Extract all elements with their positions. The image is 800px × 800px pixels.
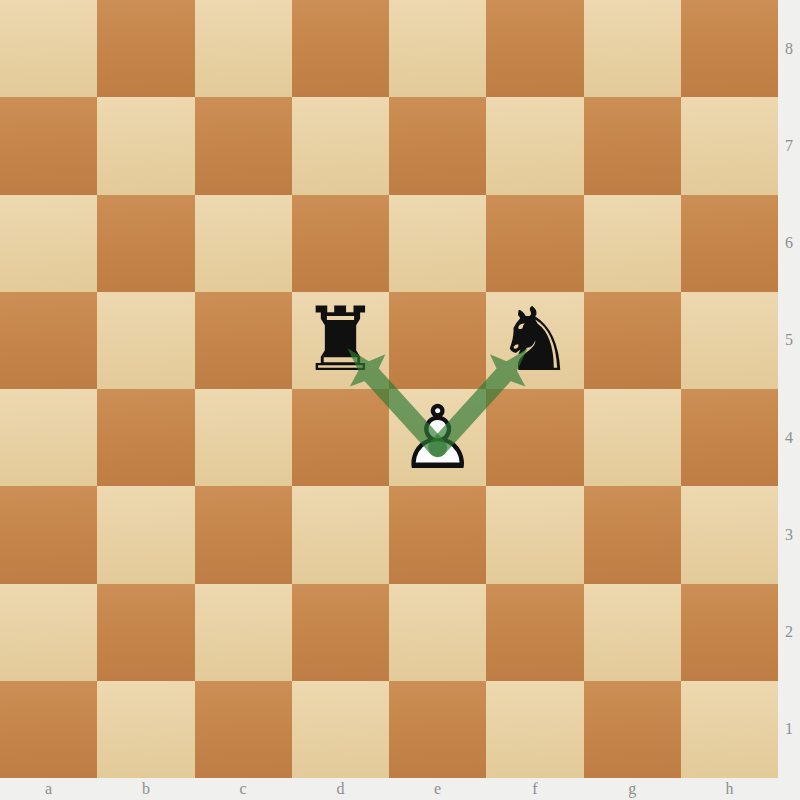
square-a2[interactable] xyxy=(0,584,97,681)
black-rook-glyph: ♜ xyxy=(292,292,389,389)
square-a3[interactable] xyxy=(0,486,97,583)
square-b8[interactable] xyxy=(97,0,194,97)
square-f2[interactable] xyxy=(486,584,583,681)
rank-label-7: 7 xyxy=(778,137,800,155)
square-b3[interactable] xyxy=(97,486,194,583)
square-e8[interactable] xyxy=(389,0,486,97)
square-g2[interactable] xyxy=(584,584,681,681)
file-label-c: c xyxy=(195,778,292,800)
square-h1[interactable] xyxy=(681,681,778,778)
file-label-g: g xyxy=(584,778,681,800)
square-b5[interactable] xyxy=(97,292,194,389)
square-b6[interactable] xyxy=(97,195,194,292)
rank-label-5: 5 xyxy=(778,331,800,349)
square-c2[interactable] xyxy=(195,584,292,681)
file-label-b: b xyxy=(97,778,194,800)
square-b4[interactable] xyxy=(97,389,194,486)
square-d6[interactable] xyxy=(292,195,389,292)
square-g3[interactable] xyxy=(584,486,681,583)
file-label-h: h xyxy=(681,778,778,800)
square-h8[interactable] xyxy=(681,0,778,97)
square-e2[interactable] xyxy=(389,584,486,681)
square-d8[interactable] xyxy=(292,0,389,97)
square-d7[interactable] xyxy=(292,97,389,194)
square-g6[interactable] xyxy=(584,195,681,292)
square-b2[interactable] xyxy=(97,584,194,681)
square-f4[interactable] xyxy=(486,389,583,486)
square-d4[interactable] xyxy=(292,389,389,486)
square-h7[interactable] xyxy=(681,97,778,194)
rank-label-6: 6 xyxy=(778,234,800,252)
square-f8[interactable] xyxy=(486,0,583,97)
square-h6[interactable] xyxy=(681,195,778,292)
black-knight-glyph: ♞ xyxy=(486,292,583,389)
square-c8[interactable] xyxy=(195,0,292,97)
square-c5[interactable] xyxy=(195,292,292,389)
square-b1[interactable] xyxy=(97,681,194,778)
square-a6[interactable] xyxy=(0,195,97,292)
square-h2[interactable] xyxy=(681,584,778,681)
square-e1[interactable] xyxy=(389,681,486,778)
square-g5[interactable] xyxy=(584,292,681,389)
square-f1[interactable] xyxy=(486,681,583,778)
square-g4[interactable] xyxy=(584,389,681,486)
square-c6[interactable] xyxy=(195,195,292,292)
square-a8[interactable] xyxy=(0,0,97,97)
square-h3[interactable] xyxy=(681,486,778,583)
file-label-e: e xyxy=(389,778,486,800)
rank-label-1: 1 xyxy=(778,720,800,738)
chess-lesson-diagram: 87654321abcdefgh ♜♞♟♙ xyxy=(0,0,800,800)
rank-label-8: 8 xyxy=(778,40,800,58)
rank-label-3: 3 xyxy=(778,526,800,544)
file-label-a: a xyxy=(0,778,97,800)
square-f7[interactable] xyxy=(486,97,583,194)
piece-white-pawn-e4[interactable]: ♟♙ xyxy=(389,389,486,486)
white-pawn-outline-glyph: ♙ xyxy=(389,389,486,486)
square-f6[interactable] xyxy=(486,195,583,292)
square-d2[interactable] xyxy=(292,584,389,681)
square-c1[interactable] xyxy=(195,681,292,778)
square-c3[interactable] xyxy=(195,486,292,583)
square-g7[interactable] xyxy=(584,97,681,194)
square-a5[interactable] xyxy=(0,292,97,389)
square-b7[interactable] xyxy=(97,97,194,194)
file-label-d: d xyxy=(292,778,389,800)
square-e6[interactable] xyxy=(389,195,486,292)
square-g8[interactable] xyxy=(584,0,681,97)
square-c4[interactable] xyxy=(195,389,292,486)
rank-label-4: 4 xyxy=(778,429,800,447)
square-g1[interactable] xyxy=(584,681,681,778)
piece-black-rook-d5[interactable]: ♜ xyxy=(292,292,389,389)
square-e7[interactable] xyxy=(389,97,486,194)
square-h4[interactable] xyxy=(681,389,778,486)
square-d3[interactable] xyxy=(292,486,389,583)
square-e3[interactable] xyxy=(389,486,486,583)
square-c7[interactable] xyxy=(195,97,292,194)
square-a7[interactable] xyxy=(0,97,97,194)
rank-label-2: 2 xyxy=(778,623,800,641)
square-a1[interactable] xyxy=(0,681,97,778)
piece-black-knight-f5[interactable]: ♞ xyxy=(486,292,583,389)
square-a4[interactable] xyxy=(0,389,97,486)
square-h5[interactable] xyxy=(681,292,778,389)
file-label-f: f xyxy=(486,778,583,800)
square-f3[interactable] xyxy=(486,486,583,583)
square-e5[interactable] xyxy=(389,292,486,389)
square-d1[interactable] xyxy=(292,681,389,778)
